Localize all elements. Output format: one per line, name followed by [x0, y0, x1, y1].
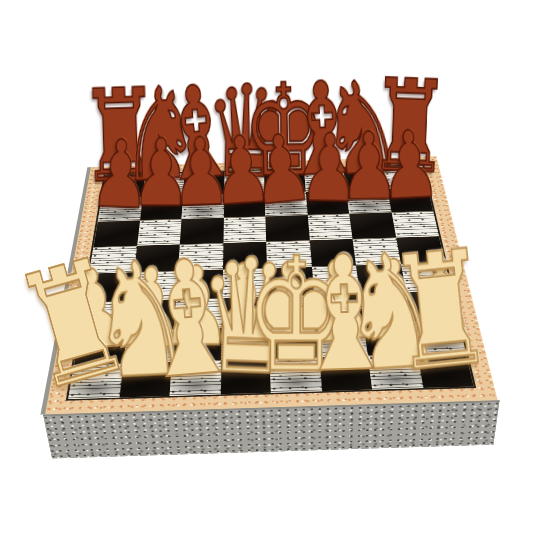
photo-canvas: ♜♞♝♛♚♝♞♜♟♟♟♟♟♟♟♟♟♟♟♟♟♟♟♟♜♞♝♛♚♝♞♜	[0, 0, 533, 533]
chess-board-grid: ♜♞♝♛♚♝♞♜♟♟♟♟♟♟♟♟♟♟♟♟♟♟♟♟♜♞♝♛♚♝♞♜	[68, 165, 473, 399]
square-h1[interactable]: ♜	[417, 352, 474, 388]
black-pawn[interactable]: ♟	[377, 121, 442, 212]
board-front-edge	[43, 400, 500, 459]
chess-board: ♜♞♝♛♚♝♞♜♟♟♟♟♟♟♟♟♟♟♟♟♟♟♟♟♜♞♝♛♚♝♞♜	[45, 156, 498, 414]
white-rook[interactable]: ♜	[382, 231, 499, 391]
square-h7[interactable]: ♟	[387, 188, 433, 213]
